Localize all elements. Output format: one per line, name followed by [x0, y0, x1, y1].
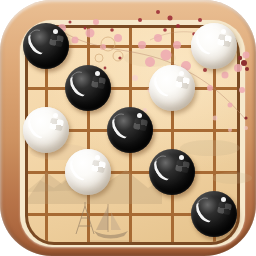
intersection-r4c3[interactable]: [151, 193, 193, 235]
intersection-r2c0[interactable]: ○: [25, 109, 67, 151]
stone-window-reflection: [175, 159, 190, 172]
stone-glyph: ●: [65, 65, 111, 111]
black-stone[interactable]: ●: [107, 107, 153, 153]
black-stone[interactable]: ●: [149, 149, 195, 195]
stone-glyph: ○: [23, 107, 69, 153]
intersection-r4c1[interactable]: [67, 193, 109, 235]
stone-window-reflection: [217, 33, 232, 46]
intersection-r4c2[interactable]: [109, 193, 151, 235]
intersection-r0c0[interactable]: ●: [25, 25, 67, 67]
white-stone[interactable]: ○: [23, 107, 69, 153]
black-stone[interactable]: ●: [191, 191, 237, 237]
intersection-r0c4[interactable]: ○: [193, 25, 235, 67]
intersection-r3c3[interactable]: ●: [151, 151, 193, 193]
intersection-r2c2[interactable]: ●: [109, 109, 151, 151]
stone-window-reflection: [49, 33, 64, 46]
stone-window-reflection: [49, 117, 64, 130]
white-stone[interactable]: ○: [191, 23, 237, 69]
stone-window-reflection: [133, 117, 148, 130]
black-stone[interactable]: ●: [65, 65, 111, 111]
intersection-r2c1[interactable]: [67, 109, 109, 151]
intersection-r4c4[interactable]: ●: [193, 193, 235, 235]
black-stone[interactable]: ●: [23, 23, 69, 69]
stone-glyph: ○: [191, 23, 237, 69]
stone-glyph: ○: [149, 65, 195, 111]
intersection-r3c0[interactable]: [25, 151, 67, 193]
stone-glyph: ○: [65, 149, 111, 195]
white-stone[interactable]: ○: [65, 149, 111, 195]
intersection-r0c1[interactable]: [67, 25, 109, 67]
intersection-r1c0[interactable]: [25, 67, 67, 109]
intersection-r3c2[interactable]: [109, 151, 151, 193]
intersection-r1c3[interactable]: ○: [151, 67, 193, 109]
gomoku-app-icon[interactable]: ●○●○○●○●●: [0, 0, 256, 256]
stone-glyph: ●: [23, 23, 69, 69]
intersection-r0c2[interactable]: [109, 25, 151, 67]
intersection-r1c2[interactable]: [109, 67, 151, 109]
stone-window-reflection: [217, 201, 232, 214]
stone-window-reflection: [175, 75, 190, 88]
stone-glyph: ●: [191, 191, 237, 237]
stone-window-reflection: [91, 159, 106, 172]
gomoku-board-grid: ●○●○○●○●●: [25, 25, 235, 235]
intersection-r3c1[interactable]: ○: [67, 151, 109, 193]
intersection-r3c4[interactable]: [193, 151, 235, 193]
white-stone[interactable]: ○: [149, 65, 195, 111]
intersection-r4c0[interactable]: [25, 193, 67, 235]
screenshot: ●○●○○●○●●: [0, 0, 256, 256]
intersection-r1c1[interactable]: ●: [67, 67, 109, 109]
stone-glyph: ●: [149, 149, 195, 195]
stone-window-reflection: [91, 75, 106, 88]
intersection-r0c3[interactable]: [151, 25, 193, 67]
intersection-r2c4[interactable]: [193, 109, 235, 151]
stone-glyph: ●: [107, 107, 153, 153]
intersection-r2c3[interactable]: [151, 109, 193, 151]
intersection-r1c4[interactable]: [193, 67, 235, 109]
